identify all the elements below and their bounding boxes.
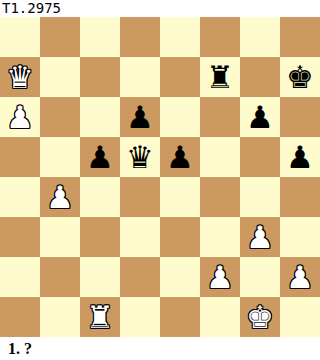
square-g3[interactable]: ♟ — [240, 217, 280, 257]
move-prompt: 1. ? — [0, 337, 320, 360]
square-c1[interactable]: ♜ — [80, 297, 120, 337]
square-h8[interactable] — [280, 17, 320, 57]
square-f7[interactable]: ♜ — [200, 57, 240, 97]
black-king: ♚ — [286, 57, 314, 97]
square-d6[interactable]: ♟ — [120, 97, 160, 137]
square-h4[interactable] — [280, 177, 320, 217]
black-pawn: ♟ — [246, 97, 274, 137]
square-f6[interactable] — [200, 97, 240, 137]
square-b5[interactable] — [40, 137, 80, 177]
square-d2[interactable] — [120, 257, 160, 297]
white-pawn: ♟ — [6, 97, 34, 137]
white-king: ♚ — [246, 297, 274, 337]
square-g7[interactable] — [240, 57, 280, 97]
square-a3[interactable] — [0, 217, 40, 257]
square-c5[interactable]: ♟ — [80, 137, 120, 177]
square-e4[interactable] — [160, 177, 200, 217]
square-d5[interactable]: ♛ — [120, 137, 160, 177]
black-pawn: ♟ — [86, 137, 114, 177]
square-a7[interactable]: ♛ — [0, 57, 40, 97]
square-a1[interactable] — [0, 297, 40, 337]
chess-board: ♛♜♚♟♟♟♟♛♟♟♟♟♟♟♜♚ — [0, 17, 320, 337]
puzzle-title: T1.2975 — [0, 0, 320, 17]
square-d1[interactable] — [120, 297, 160, 337]
square-d3[interactable] — [120, 217, 160, 257]
square-a8[interactable] — [0, 17, 40, 57]
black-queen: ♛ — [126, 137, 154, 177]
square-g5[interactable] — [240, 137, 280, 177]
square-e2[interactable] — [160, 257, 200, 297]
square-c4[interactable] — [80, 177, 120, 217]
white-rook: ♜ — [86, 297, 114, 337]
square-e5[interactable]: ♟ — [160, 137, 200, 177]
white-queen: ♛ — [6, 57, 34, 97]
white-pawn: ♟ — [206, 257, 234, 297]
white-pawn: ♟ — [286, 257, 314, 297]
square-a2[interactable] — [0, 257, 40, 297]
square-f2[interactable]: ♟ — [200, 257, 240, 297]
square-e8[interactable] — [160, 17, 200, 57]
square-c6[interactable] — [80, 97, 120, 137]
square-d7[interactable] — [120, 57, 160, 97]
black-pawn: ♟ — [166, 137, 194, 177]
square-h3[interactable] — [280, 217, 320, 257]
square-g4[interactable] — [240, 177, 280, 217]
square-h7[interactable]: ♚ — [280, 57, 320, 97]
square-e1[interactable] — [160, 297, 200, 337]
square-g6[interactable]: ♟ — [240, 97, 280, 137]
square-b1[interactable] — [40, 297, 80, 337]
square-f5[interactable] — [200, 137, 240, 177]
black-rook: ♜ — [206, 57, 234, 97]
square-f3[interactable] — [200, 217, 240, 257]
square-b4[interactable]: ♟ — [40, 177, 80, 217]
square-c7[interactable] — [80, 57, 120, 97]
square-c2[interactable] — [80, 257, 120, 297]
square-c8[interactable] — [80, 17, 120, 57]
square-a4[interactable] — [0, 177, 40, 217]
square-h1[interactable] — [280, 297, 320, 337]
square-a6[interactable]: ♟ — [0, 97, 40, 137]
square-d4[interactable] — [120, 177, 160, 217]
square-b6[interactable] — [40, 97, 80, 137]
square-d8[interactable] — [120, 17, 160, 57]
square-f8[interactable] — [200, 17, 240, 57]
square-h2[interactable]: ♟ — [280, 257, 320, 297]
square-b8[interactable] — [40, 17, 80, 57]
square-g1[interactable]: ♚ — [240, 297, 280, 337]
square-e3[interactable] — [160, 217, 200, 257]
chess-puzzle-page: T1.2975 ♛♜♚♟♟♟♟♛♟♟♟♟♟♟♜♚ 1. ? — [0, 0, 320, 360]
square-h5[interactable]: ♟ — [280, 137, 320, 177]
square-f1[interactable] — [200, 297, 240, 337]
square-a5[interactable] — [0, 137, 40, 177]
white-pawn: ♟ — [46, 177, 74, 217]
square-c3[interactable] — [80, 217, 120, 257]
square-h6[interactable] — [280, 97, 320, 137]
square-f4[interactable] — [200, 177, 240, 217]
square-e7[interactable] — [160, 57, 200, 97]
square-b7[interactable] — [40, 57, 80, 97]
white-pawn: ♟ — [246, 217, 274, 257]
square-g8[interactable] — [240, 17, 280, 57]
square-g2[interactable] — [240, 257, 280, 297]
black-pawn: ♟ — [286, 137, 314, 177]
black-pawn: ♟ — [126, 97, 154, 137]
square-e6[interactable] — [160, 97, 200, 137]
square-b3[interactable] — [40, 217, 80, 257]
square-b2[interactable] — [40, 257, 80, 297]
